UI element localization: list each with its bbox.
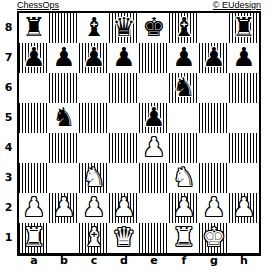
square-a5 [19,103,49,133]
square-b5: ♞ [49,103,79,133]
white-pawn-e4: ♟ [139,133,169,163]
rank-label-2: 2 [1,193,16,223]
white-knight-f3: ♞ [169,163,199,193]
square-e8: ♚ [139,13,169,43]
rank-label-5: 5 [1,103,16,133]
board-frame: ♜♝♛♚♝♜♟♟♟♟♟♟♟♞♞♟♟♞♞♟♟♟♟♟♟♟♜♝♛♜♚ [17,11,261,256]
rank-label-4: 4 [1,133,16,163]
black-king-e8: ♚ [139,13,169,43]
black-knight-b5: ♞ [49,103,79,133]
white-bishop-c1: ♝ [79,223,109,253]
file-label-d: d [109,254,139,268]
black-pawn-c7: ♟ [79,43,109,73]
square-a8: ♜ [19,13,49,43]
square-d8: ♛ [109,13,139,43]
rank-label-1: 1 [1,223,16,253]
square-b4 [49,133,79,163]
square-g1: ♚ [199,223,229,253]
square-e6 [139,73,169,103]
white-rook-a1: ♜ [19,223,49,253]
square-h7: ♟ [229,43,259,73]
app-title: ChessOps [17,0,59,11]
square-g3 [199,163,229,193]
square-a6 [19,73,49,103]
square-b8 [49,13,79,43]
white-pawn-a2: ♟ [19,193,49,223]
black-rook-h8: ♜ [229,13,259,43]
rank-label-6: 6 [1,73,16,103]
square-e3 [139,163,169,193]
white-pawn-c2: ♟ [79,193,109,223]
rank-label-3: 3 [1,163,16,193]
file-label-h: h [229,254,259,268]
square-a2: ♟ [19,193,49,223]
square-e7 [139,43,169,73]
file-label-g: g [199,254,229,268]
square-f5 [169,103,199,133]
white-pawn-b2: ♟ [49,193,79,223]
square-b3 [49,163,79,193]
copyright-notice: © EUdesign [213,0,261,11]
square-a7: ♟ [19,43,49,73]
black-rook-a8: ♜ [19,13,49,43]
white-pawn-d2: ♟ [109,193,139,223]
square-g7: ♟ [199,43,229,73]
square-d6 [109,73,139,103]
square-d7: ♟ [109,43,139,73]
black-pawn-b7: ♟ [49,43,79,73]
file-labels: abcdefgh [19,254,259,268]
white-king-g1: ♚ [199,223,229,253]
white-queen-d1: ♛ [109,223,139,253]
square-h8: ♜ [229,13,259,43]
square-h6 [229,73,259,103]
file-label-e: e [139,254,169,268]
rank-label-8: 8 [1,13,16,43]
square-f6: ♞ [169,73,199,103]
square-d2: ♟ [109,193,139,223]
square-a1: ♜ [19,223,49,253]
square-c8: ♝ [79,13,109,43]
black-knight-f6: ♞ [169,73,199,103]
square-b6 [49,73,79,103]
square-e4: ♟ [139,133,169,163]
square-a4 [19,133,49,163]
square-f7: ♟ [169,43,199,73]
board: ♜♝♛♚♝♜♟♟♟♟♟♟♟♞♞♟♟♞♞♟♟♟♟♟♟♟♜♝♛♜♚ [19,13,259,253]
square-d3 [109,163,139,193]
rank-label-7: 7 [1,43,16,73]
black-bishop-c8: ♝ [79,13,109,43]
square-e1 [139,223,169,253]
square-c7: ♟ [79,43,109,73]
square-g4 [199,133,229,163]
black-bishop-f8: ♝ [169,13,199,43]
square-b7: ♟ [49,43,79,73]
file-label-c: c [79,254,109,268]
white-pawn-h2: ♟ [229,193,259,223]
chessops-page: ChessOps © EUdesign 87654321 ♜♝♛♚♝♜♟♟♟♟♟… [0,0,270,270]
square-e5: ♟ [139,103,169,133]
file-label-b: b [49,254,79,268]
square-b1 [49,223,79,253]
square-d4 [109,133,139,163]
file-label-a: a [19,254,49,268]
black-pawn-e5: ♟ [139,103,169,133]
square-h1 [229,223,259,253]
square-f3: ♞ [169,163,199,193]
square-h5 [229,103,259,133]
square-a3 [19,163,49,193]
black-pawn-a7: ♟ [19,43,49,73]
square-f2: ♟ [169,193,199,223]
square-c1: ♝ [79,223,109,253]
black-pawn-h7: ♟ [229,43,259,73]
square-b2: ♟ [49,193,79,223]
black-pawn-d7: ♟ [109,43,139,73]
square-g5 [199,103,229,133]
square-h2: ♟ [229,193,259,223]
file-label-f: f [169,254,199,268]
square-d5 [109,103,139,133]
square-e2 [139,193,169,223]
square-c3: ♞ [79,163,109,193]
square-h3 [229,163,259,193]
square-f8: ♝ [169,13,199,43]
square-g8 [199,13,229,43]
white-rook-f1: ♜ [169,223,199,253]
square-f4 [169,133,199,163]
black-pawn-f7: ♟ [169,43,199,73]
black-queen-d8: ♛ [109,13,139,43]
white-pawn-g2: ♟ [199,193,229,223]
square-h4 [229,133,259,163]
white-pawn-f2: ♟ [169,193,199,223]
rank-labels: 87654321 [1,13,16,253]
square-f1: ♜ [169,223,199,253]
square-c6 [79,73,109,103]
white-knight-c3: ♞ [79,163,109,193]
square-c4 [79,133,109,163]
square-d1: ♛ [109,223,139,253]
square-c5 [79,103,109,133]
square-g2: ♟ [199,193,229,223]
header: ChessOps © EUdesign [17,0,261,11]
square-c2: ♟ [79,193,109,223]
black-pawn-g7: ♟ [199,43,229,73]
square-g6 [199,73,229,103]
